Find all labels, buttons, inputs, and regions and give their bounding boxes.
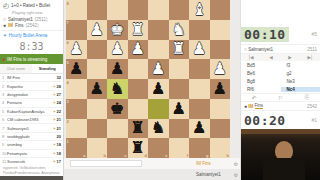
board-area: 8♝7♟♚♜♞6♟♟♟♜♟5♟♟♟♟4♟♞♟♟3♚♟2♜♞♟1abcd♜efgh… [64, 0, 240, 180]
square-c3[interactable]: ♚ [107, 99, 128, 119]
square-g5[interactable] [189, 59, 210, 79]
streamer-webcam [241, 129, 320, 180]
square-g7[interactable] [189, 20, 210, 40]
move-black[interactable]: Ne3 [281, 79, 320, 84]
standings-row-6[interactable]: 6CM cabezon1983»21 [0, 116, 63, 124]
white-pawn-c6[interactable]: ♟ [107, 40, 128, 60]
footer-input[interactable] [70, 160, 142, 167]
standings-row-9[interactable]: 9unimboy»18 [0, 141, 63, 149]
standings-score: 28 [57, 84, 61, 89]
player-line-black[interactable]: ● IM Fins (2542) [3, 23, 60, 28]
bottom-player-rating: 2542 [307, 104, 317, 109]
white-pawn-e5[interactable]: ♟ [148, 59, 169, 79]
streak-fire-icon: » [53, 151, 55, 156]
flip-board-icon[interactable]: ↶ [252, 95, 257, 101]
streak-fire-icon: » [53, 109, 55, 114]
standings-player: Susnorutti [7, 159, 53, 164]
standings-row-5[interactable]: 5KabanKaptanAntalya»22 [0, 108, 63, 116]
trophy-icon: ✦ [3, 33, 7, 38]
streak-fire-icon: » [53, 92, 55, 97]
gear-icon[interactable]: ⚙ [234, 172, 238, 178]
square-e7[interactable] [148, 20, 169, 40]
standings-row-3[interactable]: 3dosyprodan»27 [0, 91, 63, 99]
move-row-1: Bd5f3 [241, 61, 320, 69]
move-white[interactable]: Bg8 [241, 79, 281, 84]
coord-rank-1: 1 [67, 139, 69, 144]
streak-fire-icon: » [53, 84, 55, 89]
standings-row-8[interactable]: 8snobbyglade20 [0, 133, 63, 141]
move-black[interactable]: g2 [281, 71, 320, 76]
black-pawn-f3[interactable]: ♟ [169, 99, 190, 119]
white-pawn-d6[interactable]: ♟ [128, 40, 149, 60]
square-b2[interactable] [87, 119, 108, 139]
standings-row-10[interactable]: 10Fenomyota»18 [0, 150, 63, 158]
analysis-board-icon[interactable]: ⎘ [305, 94, 309, 101]
top-clock-row: 00:10 #5 [241, 24, 320, 44]
white-rook-f6[interactable]: ♜ [169, 40, 190, 60]
square-h5[interactable]: ♟ [210, 59, 231, 79]
square-d5[interactable] [128, 59, 149, 79]
move-white[interactable]: Be6 [241, 71, 281, 76]
white-pawn-h5[interactable]: ♟ [210, 59, 231, 79]
black-rook-d2[interactable]: ♜ [128, 119, 149, 139]
bottom-clock-row: 00:20 #1 [241, 111, 320, 129]
lichess-stream-page: ◴ 1+0 • Rated • Bullet Playing right now… [0, 0, 320, 180]
standings-score: 22 [57, 109, 61, 114]
square-c8[interactable] [107, 0, 128, 20]
square-h8[interactable] [210, 0, 231, 20]
game-side-panel: 00:10 #5 ○ Salmaniyet1 2511 |◀◀▶▶| Bd5f3… [240, 0, 320, 180]
flag-icon[interactable]: ⚐ [278, 95, 283, 101]
coord-file-e: e [165, 153, 167, 158]
square-d7[interactable]: ♜ [128, 20, 149, 40]
square-d4[interactable] [128, 79, 149, 99]
next-move-button[interactable]: ▶ [288, 55, 291, 60]
square-b5[interactable] [87, 59, 108, 79]
square-b3[interactable] [87, 99, 108, 119]
square-c5[interactable]: ♟ [107, 59, 128, 79]
standings-player: KabanKaptanAntalya [7, 109, 53, 114]
board-tools-row: ↶⚐⎘ [241, 93, 320, 101]
black-knight-e2[interactable]: ♞ [148, 119, 169, 139]
coord-file-c: c [124, 153, 126, 158]
standings-score: 21 [57, 117, 61, 122]
square-c6[interactable]: ♟ [107, 40, 128, 60]
player-rating: (2542) [26, 23, 39, 28]
spectators-list: nyponrett, Grillbutikerrutten, PandasFro… [0, 165, 63, 176]
move-row-2: Be6g2 [241, 69, 320, 77]
coord-rank-4: 4 [67, 80, 69, 85]
square-h1[interactable]: h [210, 138, 231, 158]
square-g1[interactable]: g [189, 138, 210, 158]
game-meta: 1+0 • Rated • Bullet [11, 3, 50, 8]
chess-board[interactable]: 8♝7♟♚♜♞6♟♟♟♜♟5♟♟♟♟4♟♞♟♟3♚♟2♜♞♟1abcd♜efgh [66, 0, 230, 158]
square-h4[interactable]: ♟ [210, 79, 231, 99]
square-e3[interactable] [148, 99, 169, 119]
standings-row-11[interactable]: 11Susnorutti»17 [0, 158, 63, 165]
square-h2[interactable] [210, 119, 231, 139]
first-move-button[interactable]: |◀ [249, 55, 254, 60]
move-black[interactable]: Nc4 [281, 87, 320, 92]
coord-rank-3: 3 [67, 99, 69, 104]
bottom-player-row[interactable]: ● IM Fins 2542 [241, 101, 320, 111]
square-h7[interactable] [210, 20, 231, 40]
square-a1[interactable]: 1a [66, 138, 87, 158]
square-b4[interactable]: ♟ [87, 79, 108, 99]
square-f5[interactable] [169, 59, 190, 79]
square-g6[interactable]: ♟ [189, 40, 210, 60]
square-a4[interactable]: 4 [66, 79, 87, 99]
black-king-c3[interactable]: ♚ [107, 99, 128, 119]
game-info-card: ◴ 1+0 • Rated • Bullet Playing right now… [0, 0, 63, 31]
square-b8[interactable] [87, 0, 108, 20]
black-pawn-a5[interactable]: ♟ [66, 59, 87, 79]
square-d2[interactable]: ♜ [128, 119, 149, 139]
square-c4[interactable]: ♞ [107, 79, 128, 99]
square-d6[interactable]: ♟ [128, 40, 149, 60]
footer-player-salmaniyet[interactable]: Salmaniyet1 [196, 172, 221, 177]
footer-player-fins[interactable]: IM Fins [196, 161, 211, 166]
standings-player: IM Fins [7, 75, 57, 80]
square-a3[interactable]: 3 [66, 99, 87, 119]
standings-player: Fenomyota [7, 151, 53, 156]
page-top-strip [241, 0, 320, 24]
white-bishop-g8[interactable]: ♝ [189, 0, 210, 20]
square-a7[interactable]: 7 [66, 20, 87, 40]
bottom-player-name: Fins [255, 103, 264, 109]
square-c1[interactable]: c [107, 138, 128, 158]
standings-score: 18 [57, 142, 61, 147]
standings-player: Fontano [7, 100, 53, 105]
square-a2[interactable]: 2 [66, 119, 87, 139]
standings-player: dosyprodan [7, 92, 53, 97]
square-f7[interactable]: ♞ [169, 20, 190, 40]
white-color-icon: ○ [244, 47, 247, 52]
square-g3[interactable] [189, 99, 210, 119]
standings-player: snobbyglade [7, 134, 57, 139]
standings-player: unimboy [7, 142, 53, 147]
square-f2[interactable] [169, 119, 190, 139]
streak-fire-icon: » [53, 100, 55, 105]
white-pawn-a6[interactable]: ♟ [66, 40, 87, 60]
move-nav-buttons: |◀◀▶▶| [241, 54, 320, 61]
black-knight-c4[interactable]: ♞ [107, 79, 128, 99]
square-b6[interactable] [87, 40, 108, 60]
square-f8[interactable] [169, 0, 190, 20]
square-a8[interactable]: 8 [66, 0, 87, 20]
coord-file-h: h [227, 153, 229, 158]
square-h6[interactable] [210, 40, 231, 60]
standings-row-2[interactable]: 2Kopanko»28 [0, 82, 63, 90]
top-player-row[interactable]: ○ Salmaniyet1 2511 [241, 44, 320, 54]
black-pawn-c5[interactable]: ♟ [107, 59, 128, 79]
coord-file-g: g [206, 153, 208, 158]
standings-score: 17 [57, 159, 61, 164]
streak-fire-icon: » [53, 142, 55, 147]
move-black[interactable]: f3 [281, 63, 320, 68]
white-knight-f7[interactable]: ♞ [169, 20, 190, 40]
coord-rank-7: 7 [67, 20, 69, 25]
move-white[interactable]: Bd5 [241, 63, 281, 68]
square-f3[interactable]: ♟ [169, 99, 190, 119]
move-row-4: Rf6Nc4 [241, 85, 320, 93]
square-e1[interactable]: e [148, 138, 169, 158]
move-list[interactable]: Bd5f3Be6g2Bg8Ne3Rf6Nc4 [241, 61, 320, 93]
board-footer: IM Fins ⚙ Salmaniyet1 ⚙ [64, 158, 240, 180]
streamer-body [263, 158, 305, 180]
game-status: Playing right now [12, 10, 60, 15]
square-e6[interactable] [148, 40, 169, 60]
top-player-name: Salmaniyet1 [248, 47, 273, 52]
move-white[interactable]: Rf6 [241, 87, 281, 92]
sidebar-footer-bar [0, 176, 63, 180]
square-d1[interactable]: d♜ [128, 138, 149, 158]
prev-move-button[interactable]: ◀ [269, 55, 272, 60]
bottom-rank-badge: #1 [311, 117, 317, 123]
streaming-banner[interactable]: ● IM Fins is streaming [0, 54, 63, 64]
streaming-banner-text: IM Fins is streaming [7, 57, 47, 62]
player-line-white[interactable]: ○ Salmaniyet1 (2511) [3, 17, 60, 22]
square-e4[interactable]: ♟ [148, 79, 169, 99]
square-a6[interactable]: 6♟ [66, 40, 87, 60]
black-color-icon: ● [244, 104, 247, 109]
square-f6[interactable]: ♜ [169, 40, 190, 60]
coord-rank-2: 2 [67, 119, 69, 124]
square-d3[interactable] [128, 99, 149, 119]
square-e5[interactable]: ♟ [148, 59, 169, 79]
tournament-sidebar: ◴ 1+0 • Rated • Bullet Playing right now… [0, 0, 64, 180]
streak-fire-icon: » [53, 117, 55, 122]
player-name: Salmaniyet1 [8, 17, 33, 22]
player-title: IM [8, 23, 13, 28]
square-h3[interactable] [210, 99, 231, 119]
last-move-button[interactable]: ▶| [307, 55, 312, 60]
standings-score: 18 [57, 151, 61, 156]
standings-score: 27 [57, 92, 61, 97]
standings-score: 24 [57, 100, 61, 105]
standings-table: 1IM Fins322Kopanko»283dosyprodan»274Font… [0, 74, 63, 165]
top-rank-badge: #5 [311, 31, 317, 37]
square-g2[interactable]: ♟ [189, 119, 210, 139]
player-name: Fins [15, 23, 24, 28]
square-g4[interactable] [189, 79, 210, 99]
white-king-c7[interactable]: ♚ [107, 20, 128, 40]
streak-fire-icon: » [53, 126, 55, 131]
top-clock: 00:10 [241, 27, 289, 42]
square-f4[interactable] [169, 79, 190, 99]
standings-player: CM cabezon1983 [7, 117, 53, 122]
black-pawn-g2[interactable]: ♟ [189, 119, 210, 139]
square-e8[interactable] [148, 0, 169, 20]
square-e2[interactable]: ♞ [148, 119, 169, 139]
standings-row-1[interactable]: 1IM Fins32 [0, 74, 63, 82]
square-g8[interactable]: ♝ [189, 0, 210, 20]
arena-link-label: Hourly Bullet Arena [9, 33, 48, 38]
white-rook-d7[interactable]: ♜ [128, 20, 149, 40]
webcam-background [241, 129, 320, 134]
white-pawn-g6[interactable]: ♟ [189, 40, 210, 60]
square-f1[interactable]: f [169, 138, 190, 158]
sidebar-tabs: Chat roomStanding [0, 64, 63, 74]
tab-standing[interactable]: Standing [32, 64, 64, 73]
bottom-clock: 00:20 [241, 113, 289, 128]
coord-file-a: a [83, 153, 85, 158]
bottom-player-title: IM [248, 104, 253, 109]
black-pawn-h4[interactable]: ♟ [210, 79, 231, 99]
black-pawn-e4[interactable]: ♟ [148, 79, 169, 99]
square-d8[interactable] [128, 0, 149, 20]
arena-countdown: 8:33 [0, 40, 63, 54]
arena-link[interactable]: ✦ Hourly Bullet Arena [0, 31, 63, 40]
black-color-icon: ● [3, 23, 6, 28]
coord-file-b: b [104, 153, 106, 158]
square-b7[interactable]: ♟ [87, 20, 108, 40]
record-icon: ● [2, 56, 5, 62]
square-a5[interactable]: 5♟ [66, 59, 87, 79]
gear-icon[interactable]: ⚙ [234, 161, 238, 167]
standings-player: Kopanko [7, 84, 53, 89]
streak-fire-icon: » [53, 159, 55, 164]
coord-rank-8: 8 [67, 1, 69, 6]
standings-player: Salmaniyet1 [7, 126, 53, 131]
top-player-rating: 2511 [307, 47, 317, 52]
square-c2[interactable] [107, 119, 128, 139]
standings-score: 32 [57, 75, 61, 80]
move-row-3: Bg8Ne3 [241, 77, 320, 85]
white-pawn-b7[interactable]: ♟ [87, 20, 108, 40]
black-rook-d1[interactable]: ♜ [128, 138, 149, 158]
standings-score: 20 [57, 134, 61, 139]
time-control-icon: ◴ [3, 2, 9, 9]
square-b1[interactable]: b [87, 138, 108, 158]
black-pawn-b4[interactable]: ♟ [87, 79, 108, 99]
standings-row-4[interactable]: 4Fontano»24 [0, 99, 63, 107]
coord-file-f: f [187, 153, 188, 158]
square-c7[interactable]: ♚ [107, 20, 128, 40]
player-rating: (2511) [35, 17, 48, 22]
tab-chat-room[interactable]: Chat room [0, 64, 32, 73]
standings-score: 21 [57, 126, 61, 131]
standings-row-7[interactable]: 7Salmaniyet1»21 [0, 124, 63, 132]
